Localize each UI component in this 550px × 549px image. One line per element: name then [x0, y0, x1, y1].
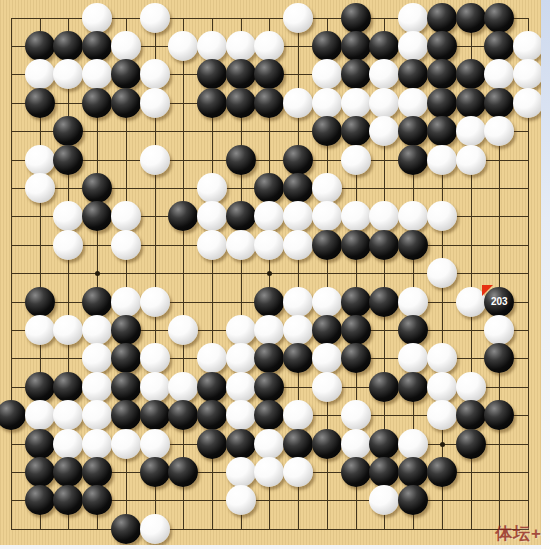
go-stone-black[interactable]	[53, 145, 83, 175]
go-stone-black[interactable]	[427, 3, 457, 33]
go-stone-black[interactable]	[398, 230, 428, 260]
go-stone-white[interactable]	[111, 429, 141, 459]
go-stone-white[interactable]	[398, 31, 428, 61]
go-stone-white[interactable]	[197, 343, 227, 373]
go-stone-white[interactable]	[312, 88, 342, 118]
go-stone-black[interactable]	[254, 343, 284, 373]
go-stone-white[interactable]	[254, 31, 284, 61]
go-stone-black[interactable]	[53, 116, 83, 146]
go-stone-white[interactable]	[53, 400, 83, 430]
go-stone-white[interactable]	[513, 31, 543, 61]
go-stone-black[interactable]	[398, 315, 428, 345]
go-stone-white[interactable]	[140, 287, 170, 317]
go-stone-white[interactable]	[226, 230, 256, 260]
go-stone-white[interactable]	[140, 343, 170, 373]
go-stone-white[interactable]	[111, 287, 141, 317]
go-stone-white[interactable]	[82, 3, 112, 33]
go-stone-black[interactable]	[484, 400, 514, 430]
go-stone-black[interactable]	[111, 88, 141, 118]
go-stone-black[interactable]	[283, 429, 313, 459]
go-stone-white[interactable]	[513, 88, 543, 118]
go-stone-white[interactable]	[25, 145, 55, 175]
go-stone-white[interactable]	[254, 315, 284, 345]
go-stone-black[interactable]	[111, 400, 141, 430]
go-stone-black[interactable]	[82, 201, 112, 231]
go-stone-white[interactable]	[25, 400, 55, 430]
go-stone-white[interactable]	[283, 457, 313, 487]
go-stone-black[interactable]	[341, 59, 371, 89]
go-stone-white[interactable]	[283, 230, 313, 260]
go-stone-white[interactable]	[82, 315, 112, 345]
go-stone-white[interactable]	[140, 372, 170, 402]
go-stone-white[interactable]	[140, 88, 170, 118]
go-stone-black[interactable]	[140, 400, 170, 430]
go-stone-black[interactable]	[25, 88, 55, 118]
move-number-label: 203	[491, 297, 508, 307]
go-stone-black[interactable]	[140, 457, 170, 487]
go-stone-black[interactable]	[341, 3, 371, 33]
go-stone-black[interactable]	[226, 429, 256, 459]
grid-line-vertical	[183, 18, 184, 530]
go-stone-black[interactable]	[254, 173, 284, 203]
go-stone-black[interactable]	[254, 88, 284, 118]
go-stone-white[interactable]	[82, 343, 112, 373]
go-stone-white[interactable]	[312, 343, 342, 373]
go-stone-white[interactable]	[53, 429, 83, 459]
go-stone-white[interactable]	[312, 372, 342, 402]
go-stone-black[interactable]	[197, 88, 227, 118]
go-stone-black[interactable]	[0, 400, 26, 430]
go-stone-white[interactable]	[312, 201, 342, 231]
go-stone-black[interactable]	[398, 485, 428, 515]
go-stone-white[interactable]	[226, 315, 256, 345]
go-stone-white[interactable]	[197, 173, 227, 203]
go-stone-white[interactable]	[283, 315, 313, 345]
go-stone-black[interactable]	[25, 372, 55, 402]
go-stone-black[interactable]	[226, 88, 256, 118]
go-stone-white[interactable]	[283, 287, 313, 317]
go-stone-black[interactable]	[341, 230, 371, 260]
go-stone-black[interactable]	[197, 59, 227, 89]
go-stone-white[interactable]	[226, 400, 256, 430]
go-stone-white[interactable]	[111, 201, 141, 231]
go-stone-white[interactable]	[254, 429, 284, 459]
go-stone-black[interactable]	[484, 343, 514, 373]
go-stone-black[interactable]	[111, 315, 141, 345]
go-stone-white[interactable]	[513, 59, 543, 89]
go-stone-black[interactable]	[341, 457, 371, 487]
go-stone-black[interactable]	[254, 372, 284, 402]
go-stone-black[interactable]	[484, 88, 514, 118]
go-stone-white[interactable]	[427, 343, 457, 373]
go-stone-black[interactable]	[427, 59, 457, 89]
go-stone-white[interactable]	[168, 315, 198, 345]
go-stone-black[interactable]	[484, 3, 514, 33]
go-stone-white[interactable]	[111, 31, 141, 61]
go-stone-black[interactable]	[53, 457, 83, 487]
go-stone-white[interactable]	[168, 372, 198, 402]
go-stone-white[interactable]	[312, 173, 342, 203]
go-stone-black[interactable]	[341, 31, 371, 61]
go-stone-white[interactable]	[484, 315, 514, 345]
go-stone-white[interactable]	[341, 429, 371, 459]
go-stone-black[interactable]	[254, 287, 284, 317]
go-stone-white[interactable]	[226, 31, 256, 61]
go-stone-black[interactable]	[111, 343, 141, 373]
go-stone-black[interactable]	[82, 485, 112, 515]
go-stone-white[interactable]	[369, 59, 399, 89]
go-stone-black[interactable]	[168, 400, 198, 430]
go-stone-white[interactable]	[53, 315, 83, 345]
go-stone-black[interactable]	[312, 429, 342, 459]
go-stone-white[interactable]	[140, 3, 170, 33]
last-move-stone[interactable]: 203	[484, 287, 514, 317]
go-stone-black[interactable]	[82, 287, 112, 317]
go-stone-black[interactable]	[226, 145, 256, 175]
go-stone-black[interactable]	[369, 31, 399, 61]
go-stone-white[interactable]	[140, 59, 170, 89]
go-stone-white[interactable]	[82, 59, 112, 89]
go-stone-white[interactable]	[398, 88, 428, 118]
go-stone-white[interactable]	[398, 287, 428, 317]
go-stone-white[interactable]	[341, 145, 371, 175]
go-stone-white[interactable]	[140, 514, 170, 544]
go-stone-white[interactable]	[427, 201, 457, 231]
go-stone-black[interactable]	[398, 457, 428, 487]
go-stone-black[interactable]	[312, 315, 342, 345]
go-stone-black[interactable]	[111, 59, 141, 89]
go-stone-white[interactable]	[25, 315, 55, 345]
go-stone-black[interactable]	[53, 31, 83, 61]
go-stone-black[interactable]	[25, 31, 55, 61]
go-stone-white[interactable]	[398, 429, 428, 459]
go-stone-white[interactable]	[82, 400, 112, 430]
go-stone-white[interactable]	[53, 201, 83, 231]
go-stone-black[interactable]	[456, 88, 486, 118]
go-stone-black[interactable]	[369, 287, 399, 317]
go-stone-white[interactable]	[341, 88, 371, 118]
go-stone-black[interactable]	[197, 429, 227, 459]
go-stone-white[interactable]	[341, 201, 371, 231]
go-stone-white[interactable]	[369, 88, 399, 118]
go-stone-black[interactable]	[369, 372, 399, 402]
go-app-window: 203 体坛+	[0, 0, 550, 549]
go-stone-white[interactable]	[25, 173, 55, 203]
go-stone-white[interactable]	[283, 3, 313, 33]
hoshi-point	[267, 271, 272, 276]
go-stone-black[interactable]	[168, 457, 198, 487]
go-stone-black[interactable]	[369, 429, 399, 459]
go-stone-white[interactable]	[53, 230, 83, 260]
go-stone-black[interactable]	[369, 457, 399, 487]
go-stone-black[interactable]	[341, 287, 371, 317]
go-stone-white[interactable]	[140, 429, 170, 459]
hoshi-point	[95, 271, 100, 276]
go-stone-white[interactable]	[82, 372, 112, 402]
go-stone-white[interactable]	[427, 258, 457, 288]
go-stone-black[interactable]	[341, 315, 371, 345]
go-stone-black[interactable]	[82, 31, 112, 61]
go-stone-black[interactable]	[53, 372, 83, 402]
go-stone-white[interactable]	[82, 429, 112, 459]
go-stone-white[interactable]	[140, 145, 170, 175]
go-stone-black[interactable]	[312, 31, 342, 61]
go-stone-black[interactable]	[427, 457, 457, 487]
go-stone-white[interactable]	[456, 116, 486, 146]
go-stone-black[interactable]	[398, 145, 428, 175]
go-stone-black[interactable]	[456, 3, 486, 33]
go-stone-black[interactable]	[25, 457, 55, 487]
go-stone-black[interactable]	[82, 88, 112, 118]
last-move-triangle-marker	[482, 285, 493, 296]
go-stone-black[interactable]	[484, 31, 514, 61]
page-bottom-margin	[0, 545, 541, 549]
go-stone-black[interactable]	[111, 514, 141, 544]
go-stone-black[interactable]	[82, 173, 112, 203]
go-stone-black[interactable]	[427, 116, 457, 146]
go-stone-white[interactable]	[197, 31, 227, 61]
go-stone-black[interactable]	[312, 116, 342, 146]
go-stone-white[interactable]	[226, 457, 256, 487]
go-stone-white[interactable]	[312, 287, 342, 317]
go-stone-white[interactable]	[369, 201, 399, 231]
go-stone-black[interactable]	[398, 372, 428, 402]
go-stone-white[interactable]	[427, 372, 457, 402]
go-stone-black[interactable]	[456, 59, 486, 89]
go-stone-white[interactable]	[398, 3, 428, 33]
go-stone-black[interactable]	[283, 173, 313, 203]
go-board[interactable]: 203	[0, 0, 541, 546]
go-stone-white[interactable]	[484, 59, 514, 89]
go-stone-black[interactable]	[283, 343, 313, 373]
go-stone-white[interactable]	[254, 230, 284, 260]
go-stone-white[interactable]	[398, 201, 428, 231]
go-stone-white[interactable]	[254, 457, 284, 487]
go-stone-black[interactable]	[25, 429, 55, 459]
go-stone-white[interactable]	[25, 59, 55, 89]
go-stone-black[interactable]	[53, 485, 83, 515]
go-stone-black[interactable]	[283, 145, 313, 175]
go-stone-black[interactable]	[226, 201, 256, 231]
go-stone-black[interactable]	[398, 116, 428, 146]
go-stone-white[interactable]	[369, 485, 399, 515]
go-stone-black[interactable]	[25, 485, 55, 515]
go-stone-white[interactable]	[226, 343, 256, 373]
go-stone-white[interactable]	[283, 201, 313, 231]
go-stone-black[interactable]	[25, 287, 55, 317]
go-stone-black[interactable]	[312, 230, 342, 260]
go-stone-black[interactable]	[254, 400, 284, 430]
go-stone-white[interactable]	[283, 400, 313, 430]
go-stone-white[interactable]	[168, 31, 198, 61]
go-stone-black[interactable]	[341, 116, 371, 146]
go-stone-white[interactable]	[427, 145, 457, 175]
go-stone-white[interactable]	[111, 230, 141, 260]
go-stone-white[interactable]	[53, 59, 83, 89]
go-stone-white[interactable]	[226, 485, 256, 515]
page-right-margin	[541, 0, 550, 549]
go-stone-black[interactable]	[111, 372, 141, 402]
go-stone-white[interactable]	[456, 287, 486, 317]
go-stone-black[interactable]	[456, 429, 486, 459]
go-stone-black[interactable]	[341, 343, 371, 373]
go-stone-black[interactable]	[398, 59, 428, 89]
go-stone-white[interactable]	[312, 59, 342, 89]
go-stone-white[interactable]	[398, 343, 428, 373]
go-stone-white[interactable]	[254, 201, 284, 231]
go-stone-black[interactable]	[226, 59, 256, 89]
go-stone-white[interactable]	[456, 145, 486, 175]
go-stone-white[interactable]	[484, 116, 514, 146]
go-stone-white[interactable]	[197, 201, 227, 231]
go-stone-black[interactable]	[168, 201, 198, 231]
go-stone-black[interactable]	[427, 31, 457, 61]
go-stone-white[interactable]	[341, 400, 371, 430]
watermark-text: 体坛+	[495, 522, 542, 545]
go-stone-black[interactable]	[456, 400, 486, 430]
hoshi-point	[440, 442, 445, 447]
go-stone-black[interactable]	[254, 59, 284, 89]
go-stone-white[interactable]	[197, 230, 227, 260]
go-stone-white[interactable]	[226, 372, 256, 402]
go-stone-white[interactable]	[283, 88, 313, 118]
go-stone-black[interactable]	[369, 230, 399, 260]
go-stone-white[interactable]	[456, 372, 486, 402]
go-stone-black[interactable]	[197, 400, 227, 430]
go-stone-white[interactable]	[427, 400, 457, 430]
go-stone-black[interactable]	[197, 372, 227, 402]
go-stone-black[interactable]	[427, 88, 457, 118]
grid-line-vertical	[11, 18, 12, 530]
go-stone-white[interactable]	[369, 116, 399, 146]
go-stone-black[interactable]	[82, 457, 112, 487]
